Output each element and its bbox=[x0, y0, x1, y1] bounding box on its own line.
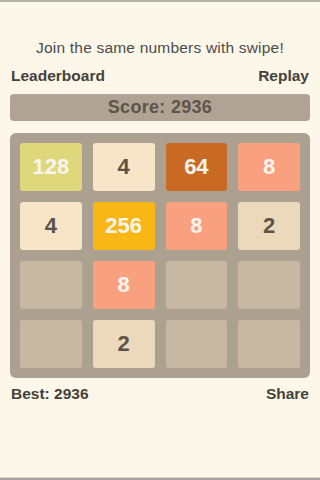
tile-2: 2 bbox=[238, 202, 300, 250]
footer-row: Best: 2936 Share bbox=[11, 385, 309, 403]
nav-row: Leaderboard Replay bbox=[11, 67, 309, 85]
tile-4: 4 bbox=[93, 143, 155, 191]
cell-empty bbox=[238, 261, 300, 309]
game-board[interactable]: 128464842568282 bbox=[10, 133, 310, 378]
score-bar: Score: 2936 bbox=[10, 94, 310, 121]
tile-128: 128 bbox=[20, 143, 82, 191]
cell-empty bbox=[20, 320, 82, 368]
tagline: Join the same numbers with swipe! bbox=[0, 39, 320, 57]
cell-empty bbox=[20, 261, 82, 309]
tile-8: 8 bbox=[238, 143, 300, 191]
score-text: Score: 2936 bbox=[108, 97, 212, 118]
top-divider bbox=[0, 0, 320, 2]
cell-empty bbox=[166, 261, 228, 309]
tile-2: 2 bbox=[93, 320, 155, 368]
app-screen: Join the same numbers with swipe! Leader… bbox=[0, 0, 320, 480]
leaderboard-button[interactable]: Leaderboard bbox=[11, 67, 105, 85]
cell-empty bbox=[238, 320, 300, 368]
best-score: Best: 2936 bbox=[11, 385, 89, 403]
replay-button[interactable]: Replay bbox=[258, 67, 309, 85]
tile-64: 64 bbox=[166, 143, 228, 191]
tile-256: 256 bbox=[93, 202, 155, 250]
tile-4: 4 bbox=[20, 202, 82, 250]
share-button[interactable]: Share bbox=[266, 385, 309, 403]
tile-8: 8 bbox=[166, 202, 228, 250]
tile-8: 8 bbox=[93, 261, 155, 309]
cell-empty bbox=[166, 320, 228, 368]
